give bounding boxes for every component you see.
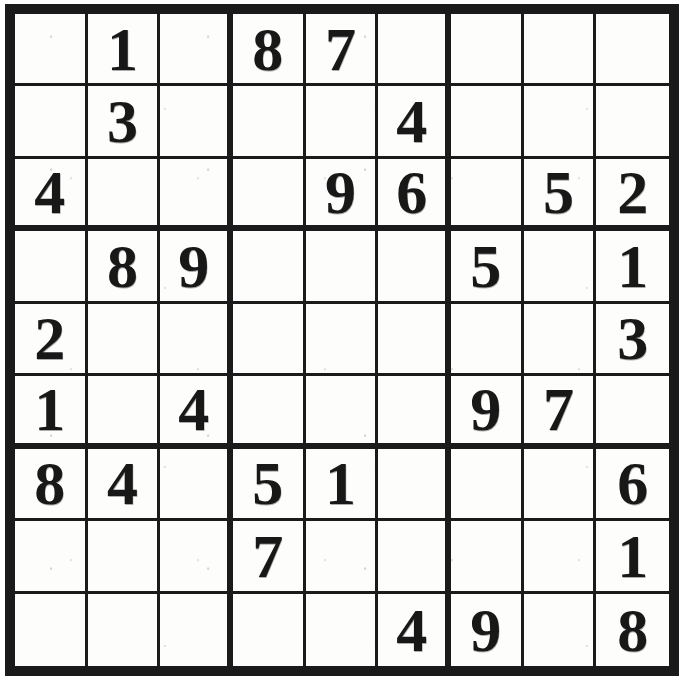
cell-r2c4[interactable] bbox=[233, 86, 306, 158]
cell-r7c5[interactable]: 1 bbox=[306, 449, 379, 521]
cell-r6c7[interactable]: 9 bbox=[451, 376, 524, 448]
cell-r9c5[interactable] bbox=[306, 594, 379, 666]
cell-r3c5[interactable]: 9 bbox=[306, 159, 379, 231]
cell-r9c4[interactable] bbox=[233, 594, 306, 666]
cell-r9c9[interactable]: 8 bbox=[596, 594, 669, 666]
cell-r1c9[interactable] bbox=[596, 14, 669, 86]
given-digit: 1 bbox=[34, 378, 65, 440]
cell-r6c6[interactable] bbox=[378, 376, 451, 448]
cell-r3c7[interactable] bbox=[451, 159, 524, 231]
given-digit: 1 bbox=[617, 235, 648, 297]
cell-r9c1[interactable] bbox=[15, 594, 88, 666]
cell-r1c8[interactable] bbox=[524, 14, 597, 86]
cell-r7c2[interactable]: 4 bbox=[88, 449, 161, 521]
cell-r8c3[interactable] bbox=[160, 521, 233, 593]
cell-r1c3[interactable] bbox=[160, 14, 233, 86]
cell-r9c8[interactable] bbox=[524, 594, 597, 666]
cell-r3c8[interactable]: 5 bbox=[524, 159, 597, 231]
given-digit: 3 bbox=[617, 307, 648, 369]
given-digit: 5 bbox=[470, 235, 501, 297]
cell-r4c3[interactable]: 9 bbox=[160, 231, 233, 303]
given-digit: 2 bbox=[617, 161, 648, 223]
cell-r5c9[interactable]: 3 bbox=[596, 304, 669, 376]
given-digit: 4 bbox=[178, 378, 209, 440]
given-digit: 1 bbox=[617, 525, 648, 587]
given-digit: 1 bbox=[107, 18, 138, 80]
cell-r8c4[interactable]: 7 bbox=[233, 521, 306, 593]
cell-r5c5[interactable] bbox=[306, 304, 379, 376]
cell-r8c8[interactable] bbox=[524, 521, 597, 593]
cell-r4c5[interactable] bbox=[306, 231, 379, 303]
cell-r7c1[interactable]: 8 bbox=[15, 449, 88, 521]
cell-r6c4[interactable] bbox=[233, 376, 306, 448]
cell-r4c2[interactable]: 8 bbox=[88, 231, 161, 303]
cell-r4c1[interactable] bbox=[15, 231, 88, 303]
cell-r2c1[interactable] bbox=[15, 86, 88, 158]
given-digit: 9 bbox=[470, 599, 501, 661]
given-digit: 8 bbox=[252, 18, 283, 80]
cell-r2c3[interactable] bbox=[160, 86, 233, 158]
scanned-puzzle-page: 187344965289512314978451671498 bbox=[0, 0, 685, 681]
given-digit: 6 bbox=[617, 452, 648, 514]
cell-r5c4[interactable] bbox=[233, 304, 306, 376]
sudoku-board: 187344965289512314978451671498 bbox=[5, 4, 679, 676]
cell-r9c2[interactable] bbox=[88, 594, 161, 666]
given-digit: 4 bbox=[34, 161, 65, 223]
cell-r5c8[interactable] bbox=[524, 304, 597, 376]
sudoku-grid: 187344965289512314978451671498 bbox=[15, 14, 669, 666]
cell-r7c7[interactable] bbox=[451, 449, 524, 521]
cell-r7c9[interactable]: 6 bbox=[596, 449, 669, 521]
cell-r6c1[interactable]: 1 bbox=[15, 376, 88, 448]
cell-r4c4[interactable] bbox=[233, 231, 306, 303]
cell-r6c2[interactable] bbox=[88, 376, 161, 448]
cell-r9c7[interactable]: 9 bbox=[451, 594, 524, 666]
cell-r2c2[interactable]: 3 bbox=[88, 86, 161, 158]
cell-r8c7[interactable] bbox=[451, 521, 524, 593]
cell-r6c5[interactable] bbox=[306, 376, 379, 448]
cell-r4c6[interactable] bbox=[378, 231, 451, 303]
given-digit: 4 bbox=[107, 452, 138, 514]
given-digit: 7 bbox=[325, 18, 356, 80]
cell-r1c6[interactable] bbox=[378, 14, 451, 86]
given-digit: 7 bbox=[543, 378, 574, 440]
given-digit: 4 bbox=[396, 599, 427, 661]
given-digit: 9 bbox=[325, 161, 356, 223]
cell-r3c2[interactable] bbox=[88, 159, 161, 231]
given-digit: 2 bbox=[34, 307, 65, 369]
cell-r5c7[interactable] bbox=[451, 304, 524, 376]
cell-r7c4[interactable]: 5 bbox=[233, 449, 306, 521]
cell-r3c9[interactable]: 2 bbox=[596, 159, 669, 231]
cell-r2c5[interactable] bbox=[306, 86, 379, 158]
cell-r3c1[interactable]: 4 bbox=[15, 159, 88, 231]
given-digit: 8 bbox=[107, 235, 138, 297]
cell-r3c6[interactable]: 6 bbox=[378, 159, 451, 231]
cell-r6c8[interactable]: 7 bbox=[524, 376, 597, 448]
cell-r2c7[interactable] bbox=[451, 86, 524, 158]
given-digit: 1 bbox=[325, 452, 356, 514]
cell-r8c1[interactable] bbox=[15, 521, 88, 593]
cell-r8c6[interactable] bbox=[378, 521, 451, 593]
cell-r7c8[interactable] bbox=[524, 449, 597, 521]
cell-r5c2[interactable] bbox=[88, 304, 161, 376]
cell-r9c6[interactable]: 4 bbox=[378, 594, 451, 666]
cell-r2c8[interactable] bbox=[524, 86, 597, 158]
given-digit: 5 bbox=[252, 452, 283, 514]
cell-r5c3[interactable] bbox=[160, 304, 233, 376]
given-digit: 8 bbox=[617, 599, 648, 661]
cell-r4c9[interactable]: 1 bbox=[596, 231, 669, 303]
cell-r1c5[interactable]: 7 bbox=[306, 14, 379, 86]
cell-r4c7[interactable]: 5 bbox=[451, 231, 524, 303]
given-digit: 5 bbox=[543, 161, 574, 223]
cell-r1c2[interactable]: 1 bbox=[88, 14, 161, 86]
cell-r7c3[interactable] bbox=[160, 449, 233, 521]
cell-r8c2[interactable] bbox=[88, 521, 161, 593]
given-digit: 7 bbox=[252, 525, 283, 587]
cell-r5c1[interactable]: 2 bbox=[15, 304, 88, 376]
cell-r9c3[interactable] bbox=[160, 594, 233, 666]
cell-r2c9[interactable] bbox=[596, 86, 669, 158]
given-digit: 9 bbox=[470, 378, 501, 440]
given-digit: 9 bbox=[178, 235, 209, 297]
cell-r1c7[interactable] bbox=[451, 14, 524, 86]
cell-r4c8[interactable] bbox=[524, 231, 597, 303]
cell-r7c6[interactable] bbox=[378, 449, 451, 521]
cell-r3c4[interactable] bbox=[233, 159, 306, 231]
cell-r1c4[interactable]: 8 bbox=[233, 14, 306, 86]
given-digit: 3 bbox=[107, 90, 138, 152]
cell-r6c3[interactable]: 4 bbox=[160, 376, 233, 448]
cell-r8c5[interactable] bbox=[306, 521, 379, 593]
cell-r5c6[interactable] bbox=[378, 304, 451, 376]
cell-r1c1[interactable] bbox=[15, 14, 88, 86]
cell-r3c3[interactable] bbox=[160, 159, 233, 231]
given-digit: 4 bbox=[396, 90, 427, 152]
cell-r6c9[interactable] bbox=[596, 376, 669, 448]
given-digit: 8 bbox=[34, 452, 65, 514]
cell-r2c6[interactable]: 4 bbox=[378, 86, 451, 158]
given-digit: 6 bbox=[396, 161, 427, 223]
cell-r8c9[interactable]: 1 bbox=[596, 521, 669, 593]
